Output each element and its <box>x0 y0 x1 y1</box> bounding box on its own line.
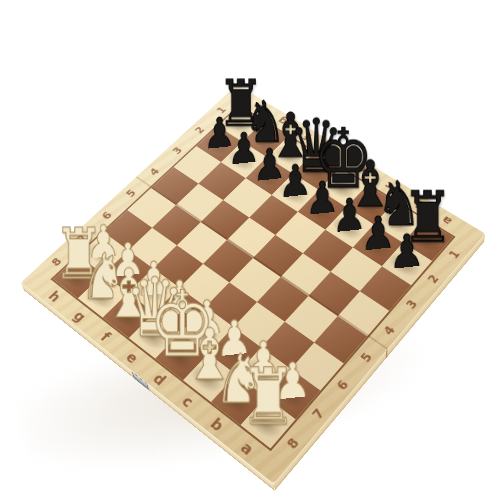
square-e4[interactable] <box>226 217 275 258</box>
chess-set-photo: hgfedcba hgfedcba 12345678 12345678 ♜♞♝♛… <box>0 0 500 500</box>
